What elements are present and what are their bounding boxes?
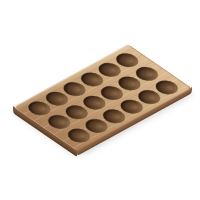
board-scene <box>0 0 200 200</box>
mancala-board <box>13 44 192 151</box>
pit-grid <box>13 44 192 151</box>
